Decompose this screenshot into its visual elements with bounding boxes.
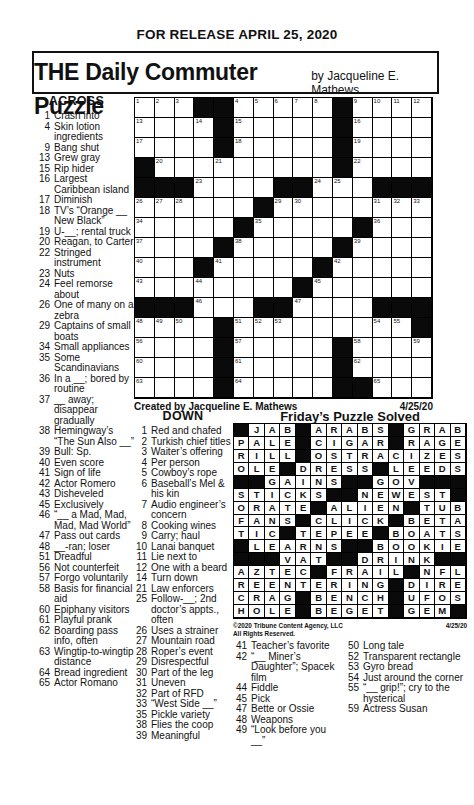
grid-cell[interactable]: 12 — [412, 98, 432, 118]
clue-number: 16 — [18, 174, 50, 185]
solution-cell: L — [280, 450, 295, 463]
solution-cell: E — [327, 463, 342, 476]
grid-cell[interactable] — [373, 238, 393, 258]
grid-cell[interactable] — [313, 118, 333, 138]
solution-cell: I — [420, 579, 435, 592]
block-cell — [353, 218, 373, 238]
grid-cell[interactable] — [175, 158, 195, 178]
grid-cell[interactable]: 10 — [373, 98, 393, 118]
solution-cell: L — [389, 463, 404, 476]
grid-cell[interactable] — [155, 258, 175, 278]
block-cell — [353, 378, 373, 398]
grid-cell[interactable] — [175, 238, 195, 258]
solution-cell: E — [358, 605, 373, 618]
grid-cell[interactable] — [194, 358, 214, 378]
grid-cell[interactable]: 36 — [373, 218, 393, 238]
grid-cell[interactable]: 50 — [175, 318, 195, 338]
grid-cell[interactable]: 28 — [175, 198, 195, 218]
grid-cell[interactable] — [412, 138, 432, 158]
solution-cell: K — [296, 489, 311, 502]
grid-cell[interactable] — [412, 378, 432, 398]
solution-cell: Z — [249, 566, 264, 579]
block-cell — [214, 98, 234, 118]
solution-block-cell — [358, 476, 373, 489]
grid-cell[interactable]: 31 — [373, 198, 393, 218]
grid-cell[interactable] — [194, 318, 214, 338]
grid-cell[interactable]: 40 — [135, 258, 155, 278]
down-clues-continued-1: 41Teacher’s favorite42“__ Miner’s Daught… — [230, 641, 340, 746]
grid-cell[interactable] — [214, 298, 234, 318]
clue-text: Pick — [251, 693, 270, 704]
grid-cell[interactable] — [234, 198, 254, 218]
solution-cell: R — [404, 437, 419, 450]
block-cell — [333, 378, 353, 398]
grid-cell[interactable] — [254, 138, 274, 158]
grid-cell[interactable] — [293, 238, 313, 258]
grid-cell[interactable] — [313, 158, 333, 178]
solution-block-cell — [296, 450, 311, 463]
grid-cell[interactable] — [155, 338, 175, 358]
grid-cell[interactable]: 53 — [274, 318, 294, 338]
grid-cell[interactable] — [254, 338, 274, 358]
grid-cell[interactable] — [155, 118, 175, 138]
solution-cell: C — [311, 515, 326, 528]
solution-cell: N — [358, 579, 373, 592]
grid-cell[interactable] — [175, 258, 195, 278]
grid-cell[interactable]: 32 — [392, 198, 412, 218]
clue-text: “__ Miner’s Daughter”; Spacek film — [251, 651, 334, 683]
grid-cell[interactable] — [175, 218, 195, 238]
grid-cell[interactable] — [155, 238, 175, 258]
grid-cell[interactable]: 8 — [313, 98, 333, 118]
grid-cell[interactable] — [274, 278, 294, 298]
clue-number: 44 — [230, 683, 247, 694]
clue-text: Turn down — [151, 572, 198, 583]
solution-block-cell — [296, 592, 311, 605]
grid-cell[interactable] — [412, 118, 432, 138]
clue-number: 35 — [18, 353, 50, 364]
grid-cell[interactable]: 1 — [135, 98, 155, 118]
solution-cell: L — [327, 515, 342, 528]
grid-cell[interactable]: 30 — [293, 198, 313, 218]
grid-cell[interactable]: 19 — [353, 138, 373, 158]
grid-cell[interactable] — [392, 138, 412, 158]
solution-cell: N — [311, 476, 326, 489]
grid-cell[interactable]: 25 — [333, 178, 353, 198]
grid-cell[interactable] — [293, 118, 313, 138]
grid-cell[interactable] — [234, 258, 254, 278]
block-cell — [254, 298, 274, 318]
solution-cell: E — [296, 502, 311, 515]
across-clue: 24Feel remorse about — [18, 279, 135, 300]
grid-cell[interactable]: 26 — [135, 198, 155, 218]
grid-cell[interactable] — [293, 138, 313, 158]
grid-cell[interactable]: 16 — [353, 118, 373, 138]
grid-cell[interactable] — [293, 218, 313, 238]
solution-cell: A — [358, 566, 373, 579]
cell-number: 36 — [374, 218, 381, 225]
grid-cell[interactable] — [254, 238, 274, 258]
grid-cell[interactable]: 20 — [155, 158, 175, 178]
grid-cell[interactable]: 41 — [214, 258, 234, 278]
grid-cell[interactable] — [274, 358, 294, 378]
clue-number: 46 — [18, 510, 50, 521]
clue-text: Waiter’s offering — [151, 446, 223, 457]
grid-cell[interactable] — [392, 158, 412, 178]
solution-cell: F — [435, 566, 450, 579]
grid-cell[interactable] — [313, 378, 333, 398]
grid-cell[interactable]: 3 — [175, 98, 195, 118]
grid-cell[interactable]: 56 — [135, 338, 155, 358]
grid-cell[interactable] — [333, 298, 353, 318]
grid-cell[interactable] — [214, 278, 234, 298]
grid-cell[interactable] — [313, 198, 333, 218]
solution-cell: E — [373, 502, 388, 515]
grid-cell[interactable]: 63 — [135, 378, 155, 398]
grid-cell[interactable]: 57 — [234, 338, 254, 358]
solution-cell: E — [420, 515, 435, 528]
solution-block-cell — [342, 540, 357, 553]
grid-cell[interactable]: 42 — [333, 258, 353, 278]
grid-cell[interactable]: 33 — [412, 198, 432, 218]
grid-cell[interactable] — [194, 198, 214, 218]
clue-text: Wingtip-to-wingtip distance — [54, 646, 133, 668]
grid-cell[interactable]: 22 — [353, 158, 373, 178]
cell-number: 27 — [156, 198, 163, 205]
grid-cell[interactable] — [412, 158, 432, 178]
cell-number: 35 — [255, 218, 262, 225]
clue-text: Disheveled — [54, 488, 103, 499]
grid-cell[interactable] — [353, 278, 373, 298]
grid-cell[interactable] — [155, 138, 175, 158]
grid-cell[interactable]: 23 — [194, 178, 214, 198]
grid-cell[interactable] — [155, 278, 175, 298]
solution-cell: D — [296, 463, 311, 476]
grid-cell[interactable] — [293, 158, 313, 178]
grid-cell[interactable] — [333, 278, 353, 298]
grid-cell[interactable] — [194, 238, 214, 258]
grid-cell[interactable]: 29 — [274, 198, 294, 218]
grid-cell[interactable] — [313, 138, 333, 158]
solution-cell: T — [435, 515, 450, 528]
cell-number: 65 — [374, 378, 381, 385]
grid-cell[interactable] — [293, 358, 313, 378]
grid-cell[interactable] — [254, 378, 274, 398]
solution-block-cell — [234, 553, 249, 566]
block-cell — [214, 238, 234, 258]
grid-cell[interactable] — [293, 318, 313, 338]
solution-cell: V — [280, 553, 295, 566]
cell-number: 49 — [156, 318, 163, 325]
grid-cell[interactable] — [175, 378, 195, 398]
solution-cell: T — [296, 527, 311, 540]
grid-cell[interactable]: 27 — [155, 198, 175, 218]
grid-cell[interactable]: 38 — [234, 238, 254, 258]
clue-text: Lie next to — [151, 551, 197, 562]
grid-cell[interactable] — [175, 278, 195, 298]
grid-cell[interactable]: 5 — [254, 98, 274, 118]
grid-cell[interactable] — [353, 318, 373, 338]
grid-cell[interactable] — [274, 218, 294, 238]
grid-cell[interactable] — [392, 218, 412, 238]
clue-number: 3 — [128, 447, 147, 458]
across-clue: 62Boarding pass info, often — [18, 626, 135, 647]
grid-cell[interactable] — [214, 178, 234, 198]
grid-cell[interactable] — [194, 338, 214, 358]
grid-cell[interactable] — [254, 358, 274, 378]
grid-cell[interactable] — [274, 118, 294, 138]
grid-cell[interactable] — [392, 278, 412, 298]
solution-cell: C — [280, 489, 295, 502]
grid-cell[interactable]: 52 — [254, 318, 274, 338]
grid-cell[interactable] — [373, 338, 393, 358]
cell-number: 24 — [314, 178, 321, 185]
grid-cell[interactable] — [274, 258, 294, 278]
block-cell — [175, 178, 195, 198]
grid-cell[interactable] — [194, 378, 214, 398]
grid-cell[interactable] — [254, 178, 274, 198]
clue-number: 61 — [18, 615, 50, 626]
grid-cell[interactable]: 18 — [234, 138, 254, 158]
clue-number: 34 — [18, 342, 50, 353]
solution-cell: E — [451, 437, 466, 450]
grid-cell[interactable]: 45 — [313, 278, 333, 298]
cell-number: 54 — [374, 318, 381, 325]
solution-cell: S — [420, 489, 435, 502]
grid-cell[interactable] — [353, 198, 373, 218]
clue-text: Small appliances — [54, 341, 130, 352]
grid-cell[interactable]: 7 — [293, 98, 313, 118]
clue-text: Bread ingredient — [54, 667, 127, 678]
grid-cell[interactable] — [333, 198, 353, 218]
block-cell — [392, 178, 412, 198]
grid-cell[interactable] — [274, 138, 294, 158]
solution-cell: E — [280, 437, 295, 450]
grid-cell[interactable]: 46 — [194, 298, 214, 318]
grid-cell[interactable] — [333, 218, 353, 238]
grid-cell[interactable] — [175, 118, 195, 138]
grid-cell[interactable] — [412, 238, 432, 258]
grid-cell[interactable]: 6 — [274, 98, 294, 118]
down-clue: 6Baseball’s Mel & his kin — [128, 479, 238, 500]
cell-number: 5 — [255, 98, 258, 105]
solution-cell: I — [265, 489, 280, 502]
grid-cell[interactable] — [194, 138, 214, 158]
grid-cell[interactable] — [412, 258, 432, 278]
solution-cell: D — [404, 579, 419, 592]
solution-block-cell — [404, 502, 419, 515]
grid-cell[interactable]: 4 — [234, 98, 254, 118]
grid-cell[interactable] — [353, 178, 373, 198]
grid-cell[interactable] — [313, 298, 333, 318]
solution-cell: T — [435, 527, 450, 540]
solution-cell: E — [327, 605, 342, 618]
grid-cell[interactable] — [392, 378, 412, 398]
clue-text: “West Side __” — [151, 698, 217, 709]
grid-cell[interactable] — [175, 138, 195, 158]
grid-cell[interactable]: 9 — [353, 98, 373, 118]
solution-cell: S — [311, 489, 326, 502]
solution-cell: U — [404, 592, 419, 605]
grid-cell[interactable] — [214, 218, 234, 238]
grid-cell[interactable] — [175, 358, 195, 378]
clue-number: 49 — [230, 725, 247, 736]
grid-cell[interactable]: 15 — [234, 118, 254, 138]
grid-cell[interactable] — [313, 238, 333, 258]
grid-cell[interactable] — [373, 358, 393, 378]
grid-cell[interactable] — [392, 118, 412, 138]
grid-cell[interactable]: 35 — [254, 218, 274, 238]
grid-cell[interactable] — [194, 158, 214, 178]
grid-cell[interactable]: 13 — [135, 118, 155, 138]
grid-cell[interactable]: 54 — [373, 318, 393, 338]
solution-date: 4/25/20 — [446, 622, 467, 630]
grid-cell[interactable]: 62 — [353, 358, 373, 378]
grid-cell[interactable]: 55 — [392, 318, 412, 338]
grid-cell[interactable]: 64 — [234, 378, 254, 398]
cell-number: 39 — [354, 238, 361, 245]
block-cell — [175, 298, 195, 318]
clue-number: 25 — [128, 594, 147, 605]
clue-number: 58 — [18, 584, 50, 595]
grid-cell[interactable] — [313, 338, 333, 358]
grid-cell[interactable] — [373, 158, 393, 178]
block-cell — [333, 158, 353, 178]
grid-cell[interactable]: 17 — [135, 138, 155, 158]
grid-cell[interactable] — [155, 358, 175, 378]
grid-cell[interactable] — [412, 278, 432, 298]
grid-cell[interactable]: 49 — [155, 318, 175, 338]
grid-cell[interactable]: 60 — [135, 358, 155, 378]
solution-block-cell — [435, 553, 450, 566]
grid-cell[interactable] — [373, 138, 393, 158]
grid-cell[interactable] — [234, 298, 254, 318]
grid-cell[interactable] — [313, 218, 333, 238]
grid-cell[interactable]: 39 — [353, 238, 373, 258]
cell-number: 26 — [136, 198, 143, 205]
grid-cell[interactable] — [155, 378, 175, 398]
grid-cell[interactable]: 14 — [194, 118, 214, 138]
solution-cell: A — [373, 450, 388, 463]
solution-cell: C — [265, 527, 280, 540]
clue-text: Captains of small boats — [54, 320, 131, 342]
cell-number: 38 — [235, 238, 242, 245]
grid-cell[interactable] — [155, 218, 175, 238]
grid-cell[interactable] — [214, 198, 234, 218]
solution-block-cell — [389, 424, 404, 437]
grid-cell[interactable] — [293, 338, 313, 358]
grid-cell[interactable] — [274, 338, 294, 358]
grid-cell[interactable] — [392, 338, 412, 358]
grid-cell[interactable] — [274, 158, 294, 178]
grid-cell[interactable]: 34 — [135, 218, 155, 238]
grid-cell[interactable] — [293, 378, 313, 398]
grid-cell[interactable] — [392, 238, 412, 258]
solution-cell: C — [389, 450, 404, 463]
clue-number: 47 — [230, 704, 247, 715]
solution-cell: F — [420, 592, 435, 605]
grid-cell[interactable] — [313, 358, 333, 378]
grid-cell[interactable] — [234, 278, 254, 298]
across-clue: 37__ away; disappear gradually — [18, 395, 135, 427]
grid-cell[interactable]: 58 — [353, 338, 373, 358]
solution-cell: V — [404, 476, 419, 489]
puzzle-byline: by Jacqueline E. Mathews — [311, 69, 437, 97]
solution-cell: A — [265, 592, 280, 605]
solution-cell: S — [327, 450, 342, 463]
grid-cell[interactable] — [234, 158, 254, 178]
grid-cell[interactable] — [175, 338, 195, 358]
grid-cell[interactable] — [194, 218, 214, 238]
grid-cell[interactable] — [254, 118, 274, 138]
grid-cell[interactable]: 44 — [194, 278, 214, 298]
grid-cell[interactable] — [392, 258, 412, 278]
clue-number: 39 — [128, 731, 147, 742]
grid-cell[interactable] — [254, 258, 274, 278]
cell-number: 12 — [413, 98, 420, 105]
clue-number: 39 — [18, 447, 50, 458]
grid-cell[interactable] — [412, 358, 432, 378]
grid-cell[interactable] — [313, 318, 333, 338]
grid-cell[interactable]: 47 — [293, 298, 313, 318]
solution-cell: R — [373, 553, 388, 566]
grid-cell[interactable]: 61 — [234, 358, 254, 378]
clue-text: __-ran; loser — [54, 541, 110, 552]
grid-cell[interactable]: 2 — [155, 98, 175, 118]
solution-cell: G — [373, 476, 388, 489]
cell-number: 61 — [235, 358, 242, 365]
clue-number: 65 — [18, 678, 50, 689]
solution-cell: A — [358, 437, 373, 450]
grid-cell[interactable]: 51 — [234, 318, 254, 338]
grid-cell[interactable] — [353, 298, 373, 318]
clue-text: Forgo voluntarily — [54, 572, 128, 583]
block-cell — [135, 178, 155, 198]
clue-number: 20 — [18, 237, 50, 248]
grid-cell[interactable]: 43 — [135, 278, 155, 298]
clue-text: Disrespectful — [151, 656, 209, 667]
grid-cell[interactable] — [392, 358, 412, 378]
grid-cell[interactable] — [373, 278, 393, 298]
solution-block-cell — [451, 476, 466, 489]
cell-number: 20 — [156, 158, 163, 165]
grid-cell[interactable] — [254, 278, 274, 298]
grid-cell[interactable]: 37 — [135, 238, 155, 258]
grid-cell[interactable]: 59 — [412, 338, 432, 358]
grid-cell[interactable]: 24 — [313, 178, 333, 198]
grid-cell[interactable]: 65 — [373, 378, 393, 398]
grid-cell[interactable] — [373, 258, 393, 278]
grid-cell[interactable] — [353, 258, 373, 278]
clue-text: Stringed instrument — [54, 247, 101, 269]
grid-cell[interactable]: 21 — [214, 158, 234, 178]
grid-cell[interactable] — [254, 158, 274, 178]
cell-number: 43 — [136, 278, 143, 285]
block-cell — [194, 98, 214, 118]
grid-cell[interactable] — [412, 218, 432, 238]
clue-text: Flies the coop — [151, 719, 213, 730]
grid-cell[interactable] — [234, 178, 254, 198]
solution-cell: D — [358, 553, 373, 566]
grid-cell[interactable] — [373, 118, 393, 138]
grid-cell[interactable]: 48 — [135, 318, 155, 338]
down-clue: 42“__ Miner’s Daughter”; Spacek film — [230, 652, 340, 684]
grid-cell[interactable] — [333, 318, 353, 338]
grid-cell[interactable] — [293, 258, 313, 278]
grid-cell[interactable] — [274, 378, 294, 398]
grid-cell[interactable]: 11 — [392, 98, 412, 118]
grid-cell[interactable] — [274, 238, 294, 258]
